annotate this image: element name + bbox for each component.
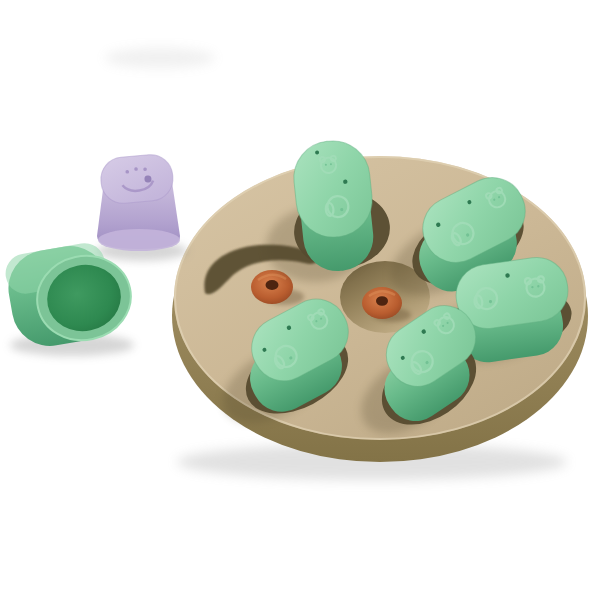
purple-cup-top-face — [99, 153, 175, 205]
treat-hole — [266, 280, 279, 290]
scene — [0, 0, 600, 600]
wall-shadow-wisp — [105, 48, 215, 68]
treat-hole — [376, 296, 388, 306]
purple-cup-rim — [98, 229, 180, 251]
product-photo-dog-puzzle — [0, 0, 600, 600]
